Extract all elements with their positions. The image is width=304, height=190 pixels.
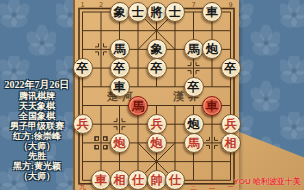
column-number-top: 2 [99,1,103,8]
piece-black-馬[interactable]: 馬 [110,39,130,59]
piece-red-馬[interactable]: 馬 [128,96,148,116]
piece-red-兵[interactable]: 兵 [73,114,93,134]
piece-red-車[interactable]: 車 [91,170,111,190]
event-info-line: 先胜 [0,151,74,161]
watermark-text: YOU 哈利波亚十美 [233,176,301,187]
event-info-line: 男子甲级联赛 [0,121,74,131]
piece-black-車[interactable]: 車 [110,77,130,97]
piece-black-象[interactable]: 象 [110,2,130,22]
column-number-top: 7 [191,1,195,8]
piece-black-士[interactable]: 士 [165,2,185,22]
piece-black-馬[interactable]: 馬 [184,39,204,59]
piece-black-卒[interactable]: 卒 [184,77,204,97]
event-info-panel: 2022年7月26日腾讯棋牌天天象棋全国象棋男子甲级联赛红方:徐崇峰（大师）先胜… [0,79,74,181]
event-info-line: （大师） [0,141,74,151]
piece-red-兵[interactable]: 兵 [147,114,167,134]
piece-black-將[interactable]: 將 [147,2,167,22]
piece-red-車[interactable]: 車 [202,96,222,116]
column-number-bottom: 二 [209,182,216,189]
piece-red-仕[interactable]: 仕 [128,170,148,190]
piece-black-卒[interactable]: 卒 [73,58,93,78]
piece-black-炮[interactable]: 炮 [202,39,222,59]
column-number-top: 1 [80,1,84,8]
piece-red-炮[interactable]: 炮 [147,133,167,153]
piece-black-卒[interactable]: 卒 [147,58,167,78]
xiangqi-board: 123456789 九八七六五四三二一 楚河 漢界 象士將士車馬象馬炮卒卒卒卒車… [73,0,239,190]
piece-black-車[interactable]: 車 [202,2,222,22]
piece-black-卒[interactable]: 卒 [110,58,130,78]
event-info-line: 黑方:黄光颖 [0,161,74,171]
piece-red-相[interactable]: 相 [221,133,241,153]
piece-black-卒[interactable]: 卒 [221,58,241,78]
piece-red-炮[interactable]: 炮 [110,133,130,153]
piece-red-馬[interactable]: 馬 [184,133,204,153]
piece-black-象[interactable]: 象 [147,39,167,59]
event-info-line: 腾讯棋牌 [0,91,74,101]
thumbnail-canvas: { "game": "xiangqi", "position": { "fen"… [0,0,304,190]
column-number-bottom: 三 [190,182,197,189]
event-info-line: 全国象棋 [0,111,74,121]
piece-red-相[interactable]: 相 [110,170,130,190]
piece-red-兵[interactable]: 兵 [221,114,241,134]
column-number-top: 9 [228,1,232,8]
event-info-line: （大师） [0,171,74,181]
piece-black-炮[interactable]: 炮 [184,114,204,134]
event-info-line: 天天象棋 [0,101,74,111]
piece-red-仕[interactable]: 仕 [165,170,185,190]
piece-black-士[interactable]: 士 [128,2,148,22]
event-info-line: 红方:徐崇峰 [0,131,74,141]
piece-red-帥[interactable]: 帥 [147,170,167,190]
column-number-bottom: 九 [79,182,86,189]
event-info-line: 2022年7月26日 [0,79,74,91]
